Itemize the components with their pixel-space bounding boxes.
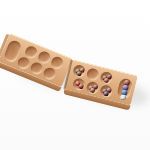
stone	[78, 83, 84, 89]
stone	[119, 94, 126, 101]
pit-right-top-3[interactable]	[99, 71, 114, 86]
stone	[103, 91, 109, 97]
pit-right-top-1[interactable]	[72, 64, 87, 79]
stone	[76, 71, 82, 77]
board-left-half	[0, 33, 73, 87]
stone	[89, 87, 95, 93]
mancala-board-photo	[0, 0, 150, 150]
store-right	[116, 77, 133, 100]
stone	[103, 77, 109, 83]
pit-right-bottom-2[interactable]	[85, 81, 100, 96]
pit-right-bottom-3[interactable]	[99, 84, 114, 99]
board-right-half	[65, 59, 138, 106]
pit-right-top-2[interactable]	[86, 67, 101, 82]
pit-right-bottom-1[interactable]	[72, 77, 87, 92]
